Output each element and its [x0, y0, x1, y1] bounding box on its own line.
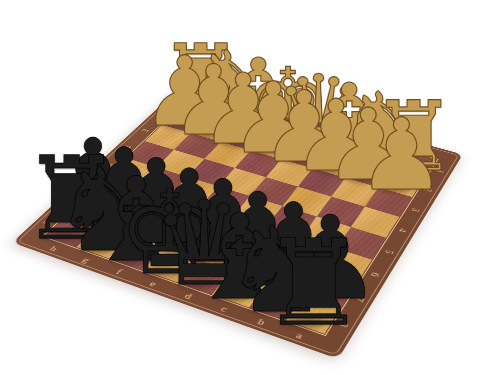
pieces-layer: ♜♞♝♚♛♝♞♜♟♟♟♟♟♟♟♟♟♟♟♟♟♟♟♟♜♞♝♚♛♝♞♜: [0, 0, 500, 375]
piece-black-rook-a8[interactable]: ♜: [260, 227, 366, 340]
piece-white-pawn-a2[interactable]: ♟: [357, 108, 446, 202]
photo-stage: hgfedcba hgfedcba 12345678 12345678 ♜♞♝♚…: [0, 0, 500, 375]
